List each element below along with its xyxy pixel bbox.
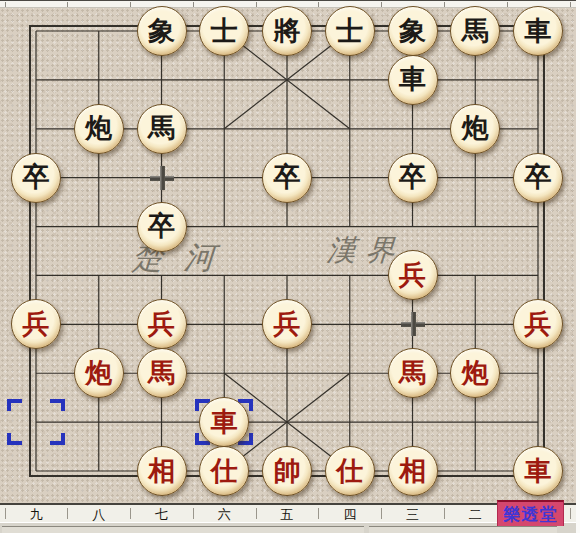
file-divider xyxy=(256,508,257,519)
status-bar xyxy=(0,523,580,533)
file-label: 八 xyxy=(79,506,119,524)
piece-red-soldier[interactable]: 兵 xyxy=(513,299,563,349)
file-divider xyxy=(381,508,382,519)
top-bar-tick xyxy=(5,2,6,7)
piece-black-general[interactable]: 將 xyxy=(262,6,312,56)
file-label: 四 xyxy=(330,506,370,524)
top-bar-tick xyxy=(318,2,319,7)
file-label: 七 xyxy=(142,506,182,524)
piece-red-general[interactable]: 帥 xyxy=(262,446,312,496)
piece-red-horse[interactable]: 馬 xyxy=(137,348,187,398)
file-label-bar: 九八七六五四三二 xyxy=(0,503,576,523)
top-bar-tick xyxy=(381,2,382,7)
file-divider xyxy=(5,508,6,519)
piece-red-soldier[interactable]: 兵 xyxy=(11,299,61,349)
piece-red-soldier[interactable]: 兵 xyxy=(388,250,438,300)
piece-red-elephant[interactable]: 相 xyxy=(388,446,438,496)
piece-black-soldier[interactable]: 卒 xyxy=(513,153,563,203)
file-label: 六 xyxy=(204,506,244,524)
piece-black-elephant[interactable]: 象 xyxy=(137,6,187,56)
piece-black-soldier[interactable]: 卒 xyxy=(137,202,187,252)
piece-red-soldier[interactable]: 兵 xyxy=(262,299,312,349)
piece-black-soldier[interactable]: 卒 xyxy=(262,153,312,203)
app-window: 楚河 漢界 象士將士象馬車車炮馬炮卒卒卒卒卒兵兵兵兵兵炮馬馬炮車相仕帥仕相車 九… xyxy=(0,0,580,533)
piece-black-horse[interactable]: 馬 xyxy=(450,6,500,56)
piece-red-chariot[interactable]: 車 xyxy=(513,446,563,496)
piece-red-horse[interactable]: 馬 xyxy=(388,348,438,398)
top-bar-tick xyxy=(570,2,571,7)
file-divider xyxy=(570,508,571,519)
piece-black-chariot[interactable]: 車 xyxy=(513,6,563,56)
piece-black-horse[interactable]: 馬 xyxy=(137,104,187,154)
letou-tang-logo: 樂透堂 xyxy=(497,500,564,526)
file-divider xyxy=(318,508,319,519)
piece-black-cannon[interactable]: 炮 xyxy=(74,104,124,154)
file-label: 三 xyxy=(393,506,433,524)
file-divider xyxy=(67,508,68,519)
top-bar-tick xyxy=(193,2,194,7)
piece-black-advisor[interactable]: 士 xyxy=(325,6,375,56)
piece-black-advisor[interactable]: 士 xyxy=(199,6,249,56)
file-label: 五 xyxy=(267,506,307,524)
piece-black-soldier[interactable]: 卒 xyxy=(11,153,61,203)
piece-red-soldier[interactable]: 兵 xyxy=(137,299,187,349)
window-right-edge xyxy=(576,0,580,533)
status-panel-left xyxy=(2,526,364,533)
top-bar-tick xyxy=(67,2,68,7)
status-panel-middle xyxy=(369,526,557,533)
xiangqi-board[interactable] xyxy=(0,8,576,503)
piece-black-chariot[interactable]: 車 xyxy=(388,55,438,105)
top-bar-tick xyxy=(507,2,508,7)
piece-black-cannon[interactable]: 炮 xyxy=(450,104,500,154)
file-divider xyxy=(193,508,194,519)
file-label: 二 xyxy=(455,506,495,524)
file-label: 九 xyxy=(16,506,56,524)
piece-red-advisor[interactable]: 仕 xyxy=(199,446,249,496)
top-bar-tick xyxy=(130,2,131,7)
piece-black-elephant[interactable]: 象 xyxy=(388,6,438,56)
piece-red-elephant[interactable]: 相 xyxy=(137,446,187,496)
top-bar-tick xyxy=(444,2,445,7)
piece-red-cannon[interactable]: 炮 xyxy=(74,348,124,398)
top-bar-tick xyxy=(256,2,257,7)
file-divider xyxy=(130,508,131,519)
file-divider xyxy=(444,508,445,519)
piece-red-advisor[interactable]: 仕 xyxy=(325,446,375,496)
piece-black-soldier[interactable]: 卒 xyxy=(388,153,438,203)
